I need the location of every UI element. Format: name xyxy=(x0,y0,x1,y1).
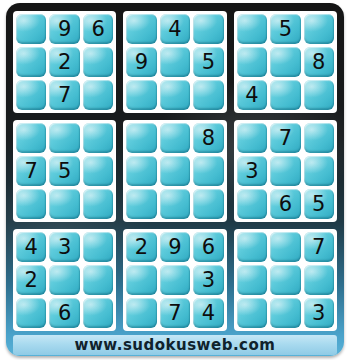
cell-r8c3[interactable] xyxy=(83,265,113,295)
cell-r6c2[interactable] xyxy=(49,189,79,219)
given-digit: 4 xyxy=(202,303,215,324)
given-digit: 7 xyxy=(312,237,325,258)
website-label: www.sudokusweb.com xyxy=(75,336,276,354)
cell-r1c8[interactable]: 5 xyxy=(270,14,300,44)
cell-r8c1[interactable]: 2 xyxy=(16,265,46,295)
cell-r4c4[interactable] xyxy=(126,123,156,153)
box-3-3: 73 xyxy=(234,229,337,331)
cell-r4c7[interactable] xyxy=(237,123,267,153)
given-digit: 3 xyxy=(312,303,325,324)
cell-r6c5[interactable] xyxy=(160,189,190,219)
given-digit: 7 xyxy=(168,303,181,324)
cell-r4c1[interactable] xyxy=(16,123,46,153)
cell-r5c9[interactable] xyxy=(304,156,334,186)
cell-r3c8[interactable] xyxy=(270,80,300,110)
cell-r9c9[interactable]: 3 xyxy=(304,298,334,328)
cell-r8c8[interactable] xyxy=(270,265,300,295)
given-digit: 3 xyxy=(202,270,215,291)
cell-r4c2[interactable] xyxy=(49,123,79,153)
cell-r3c5[interactable] xyxy=(160,80,190,110)
given-digit: 7 xyxy=(279,128,292,149)
cell-r6c1[interactable] xyxy=(16,189,46,219)
given-digit: 8 xyxy=(202,128,215,149)
cell-r1c2[interactable]: 9 xyxy=(49,14,79,44)
cell-r7c9[interactable]: 7 xyxy=(304,232,334,262)
cell-r7c6[interactable]: 6 xyxy=(193,232,223,262)
cell-r8c5[interactable] xyxy=(160,265,190,295)
cell-r5c3[interactable] xyxy=(83,156,113,186)
given-digit: 5 xyxy=(312,194,325,215)
given-digit: 4 xyxy=(168,19,181,40)
cell-r6c6[interactable] xyxy=(193,189,223,219)
footer-bar: www.sudokusweb.com xyxy=(13,335,337,355)
cell-r6c3[interactable] xyxy=(83,189,113,219)
cell-r6c4[interactable] xyxy=(126,189,156,219)
box-1-1: 9627 xyxy=(13,11,116,113)
cell-r2c2[interactable]: 2 xyxy=(49,47,79,77)
cell-r1c4[interactable] xyxy=(126,14,156,44)
given-digit: 9 xyxy=(58,19,71,40)
cell-r7c3[interactable] xyxy=(83,232,113,262)
given-digit: 9 xyxy=(135,52,148,73)
given-digit: 3 xyxy=(245,161,258,182)
given-digit: 3 xyxy=(58,237,71,258)
cell-r9c3[interactable] xyxy=(83,298,113,328)
cell-r1c7[interactable] xyxy=(237,14,267,44)
cell-r4c3[interactable] xyxy=(83,123,113,153)
given-digit: 5 xyxy=(58,161,71,182)
cell-r7c5[interactable]: 9 xyxy=(160,232,190,262)
cell-r8c9[interactable] xyxy=(304,265,334,295)
cell-r3c9[interactable] xyxy=(304,80,334,110)
cell-r8c6[interactable]: 3 xyxy=(193,265,223,295)
cell-r3c4[interactable] xyxy=(126,80,156,110)
given-digit: 6 xyxy=(58,303,71,324)
given-digit: 5 xyxy=(279,19,292,40)
cell-r3c2[interactable]: 7 xyxy=(49,80,79,110)
cell-r3c7[interactable]: 4 xyxy=(237,80,267,110)
cell-r3c6[interactable] xyxy=(193,80,223,110)
cell-r5c8[interactable] xyxy=(270,156,300,186)
cell-r2c5[interactable] xyxy=(160,47,190,77)
given-digit: 6 xyxy=(279,194,292,215)
cell-r8c7[interactable] xyxy=(237,265,267,295)
cell-r7c4[interactable]: 2 xyxy=(126,232,156,262)
sudoku-grid: 96274955847587365432629637473 xyxy=(13,11,337,331)
given-digit: 7 xyxy=(25,161,38,182)
cell-r9c4[interactable] xyxy=(126,298,156,328)
cell-r3c1[interactable] xyxy=(16,80,46,110)
cell-r4c6[interactable]: 8 xyxy=(193,123,223,153)
box-2-3: 7365 xyxy=(234,120,337,222)
cell-r6c9[interactable]: 5 xyxy=(304,189,334,219)
sudoku-board-frame: 96274955847587365432629637473 www.sudoku… xyxy=(6,3,344,356)
cell-r5c2[interactable]: 5 xyxy=(49,156,79,186)
cell-r9c1[interactable] xyxy=(16,298,46,328)
given-digit: 2 xyxy=(58,52,71,73)
cell-r6c7[interactable] xyxy=(237,189,267,219)
cell-r5c6[interactable] xyxy=(193,156,223,186)
given-digit: 4 xyxy=(245,85,258,106)
cell-r2c9[interactable]: 8 xyxy=(304,47,334,77)
box-2-2: 8 xyxy=(123,120,226,222)
cell-r7c2[interactable]: 3 xyxy=(49,232,79,262)
box-3-1: 4326 xyxy=(13,229,116,331)
cell-r1c3[interactable]: 6 xyxy=(83,14,113,44)
given-digit: 2 xyxy=(25,270,38,291)
cell-r5c7[interactable]: 3 xyxy=(237,156,267,186)
cell-r4c5[interactable] xyxy=(160,123,190,153)
cell-r5c4[interactable] xyxy=(126,156,156,186)
cell-r2c1[interactable] xyxy=(16,47,46,77)
given-digit: 7 xyxy=(58,85,71,106)
cell-r1c5[interactable]: 4 xyxy=(160,14,190,44)
cell-r7c7[interactable] xyxy=(237,232,267,262)
cell-r9c5[interactable]: 7 xyxy=(160,298,190,328)
cell-r6c8[interactable]: 6 xyxy=(270,189,300,219)
cell-r4c9[interactable] xyxy=(304,123,334,153)
given-digit: 6 xyxy=(202,237,215,258)
cell-r7c1[interactable]: 4 xyxy=(16,232,46,262)
cell-r2c4[interactable]: 9 xyxy=(126,47,156,77)
cell-r9c8[interactable] xyxy=(270,298,300,328)
cell-r8c4[interactable] xyxy=(126,265,156,295)
given-digit: 2 xyxy=(135,237,148,258)
cell-r5c1[interactable]: 7 xyxy=(16,156,46,186)
cell-r2c7[interactable] xyxy=(237,47,267,77)
cell-r2c3[interactable] xyxy=(83,47,113,77)
cell-r4c8[interactable]: 7 xyxy=(270,123,300,153)
cell-r2c6[interactable]: 5 xyxy=(193,47,223,77)
box-1-2: 495 xyxy=(123,11,226,113)
cell-r1c9[interactable] xyxy=(304,14,334,44)
cell-r3c3[interactable] xyxy=(83,80,113,110)
given-digit: 6 xyxy=(91,19,104,40)
box-2-1: 75 xyxy=(13,120,116,222)
given-digit: 9 xyxy=(168,237,181,258)
cell-r1c6[interactable] xyxy=(193,14,223,44)
cell-r9c7[interactable] xyxy=(237,298,267,328)
box-1-3: 584 xyxy=(234,11,337,113)
given-digit: 4 xyxy=(25,237,38,258)
cell-r1c1[interactable] xyxy=(16,14,46,44)
cell-r9c6[interactable]: 4 xyxy=(193,298,223,328)
given-digit: 5 xyxy=(202,52,215,73)
cell-r7c8[interactable] xyxy=(270,232,300,262)
cell-r8c2[interactable] xyxy=(49,265,79,295)
cell-r2c8[interactable] xyxy=(270,47,300,77)
cell-r5c5[interactable] xyxy=(160,156,190,186)
box-3-2: 296374 xyxy=(123,229,226,331)
given-digit: 8 xyxy=(312,52,325,73)
cell-r9c2[interactable]: 6 xyxy=(49,298,79,328)
